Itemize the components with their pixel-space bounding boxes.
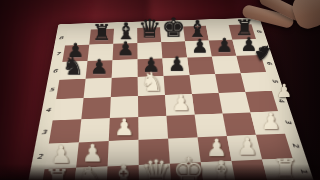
piece-black-queen-d8: ♛ (138, 16, 161, 42)
piece-black-pawn-e6: ♟ (167, 55, 185, 75)
square-a5 (56, 79, 85, 99)
square-e3 (166, 115, 197, 139)
square-e4: ♟ (165, 94, 195, 116)
square-b6: ♟ (86, 60, 113, 79)
piece-black-king-e8: ♚ (161, 15, 185, 41)
square-b5 (84, 78, 112, 98)
square-h3: ♟ (250, 111, 285, 135)
piece-black-pawn-b6: ♟ (90, 57, 108, 77)
hand-palm (289, 0, 320, 32)
piece-white-knight-d5: ♞ (140, 69, 163, 95)
square-b8: ♜ (89, 29, 114, 45)
square-a4 (53, 98, 84, 120)
square-c7: ♟ (113, 43, 138, 60)
square-d3 (138, 116, 168, 140)
square-e8: ♚ (160, 26, 185, 42)
square-c5 (111, 77, 138, 97)
square-c3: ♟ (109, 117, 139, 141)
piece-black-pawn-f7: ♟ (191, 37, 208, 56)
piece-black-pawn-g7: ♟ (215, 36, 232, 55)
table-edge-shadow (0, 164, 320, 180)
piece-white-pawn-c3: ♟ (113, 117, 134, 140)
square-e6: ♟ (162, 57, 189, 75)
square-g4 (219, 92, 251, 114)
square-d8: ♛ (137, 27, 161, 43)
square-d5: ♞ (138, 76, 165, 96)
square-a6: ♞ (59, 61, 87, 80)
square-g7: ♟ (209, 40, 237, 57)
captured-white-pawn: ♟ (276, 82, 292, 100)
piece-black-pawn-c7: ♟ (116, 40, 133, 59)
square-f4 (192, 93, 223, 115)
piece-black-rook-b8: ♜ (91, 21, 111, 43)
square-f7: ♟ (185, 41, 212, 58)
piece-black-knight-a6: ♞ (61, 54, 83, 79)
square-c6 (112, 59, 138, 78)
board-scene: ♜♝♛♚♝♜♟♟♟♟♟♞♟♟♟♞♟♟♟♟♟♟♟♜♞♝♛♚♝♜ ABCDEFGH … (45, 0, 285, 180)
hand (250, 0, 320, 45)
piece-white-pawn-e4: ♟ (171, 93, 191, 115)
piece-white-pawn-g2: ♟ (236, 135, 257, 159)
square-b4 (81, 97, 111, 119)
square-f5 (189, 74, 218, 94)
photo-frame: ♜♝♛♚♝♜♟♟♟♟♟♞♟♟♟♞♟♟♟♟♟♟♟♜♞♝♛♚♝♜ ABCDEFGH … (0, 0, 320, 180)
piece-white-pawn-h3: ♟ (260, 111, 280, 134)
square-f6 (187, 57, 215, 75)
square-d4 (138, 95, 167, 117)
